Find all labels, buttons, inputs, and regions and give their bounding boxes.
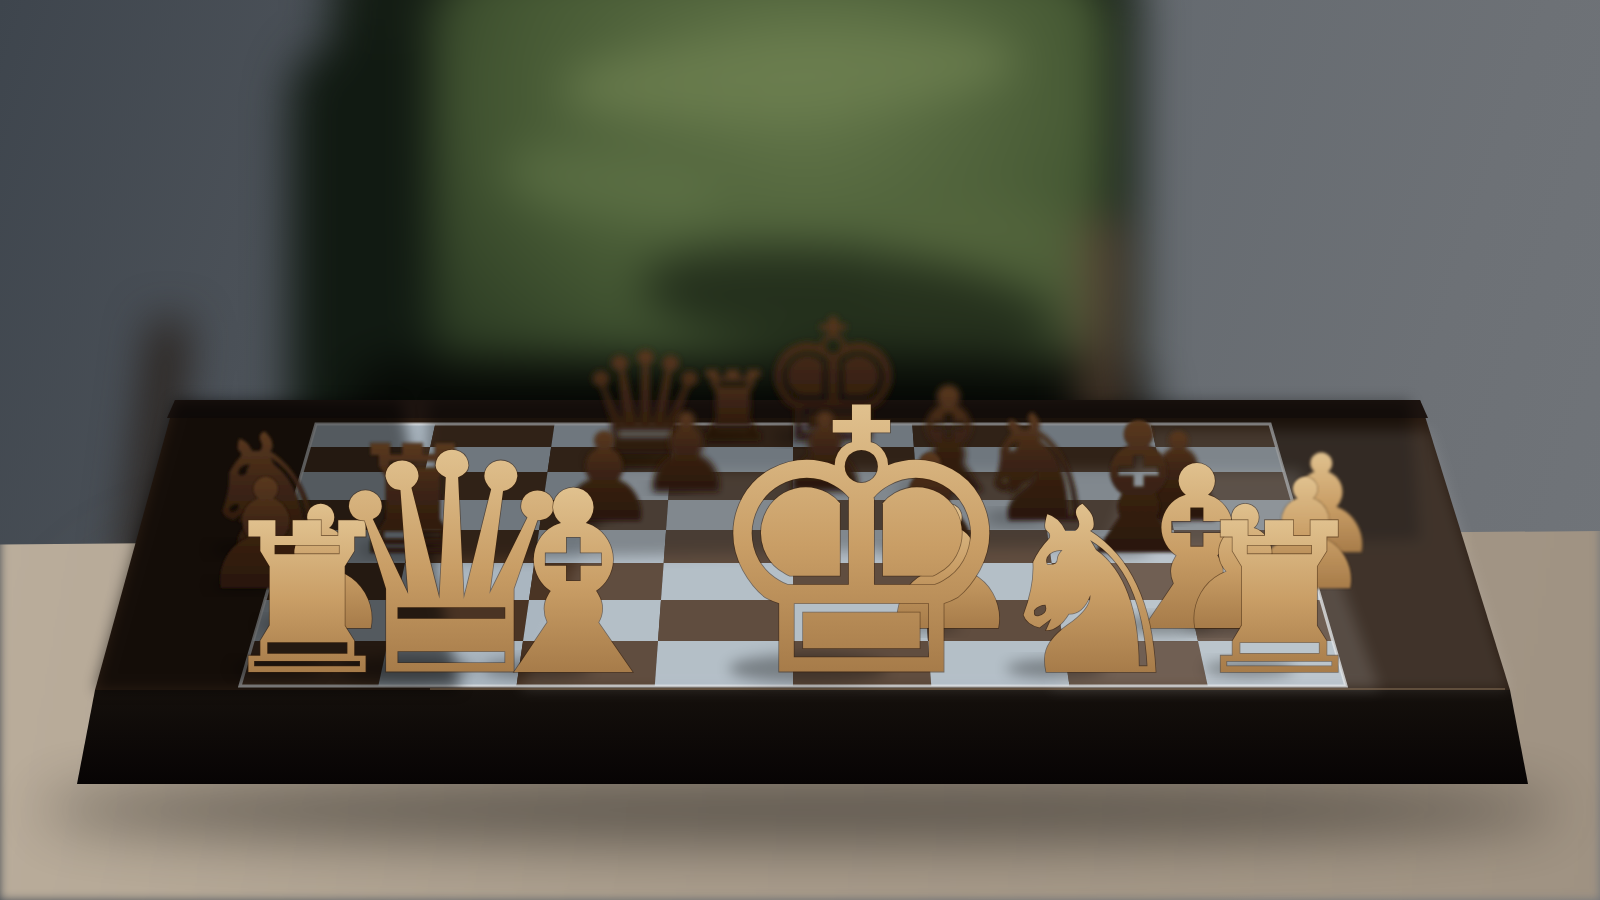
white-bishop-c1[interactable]: ♝ [460, 438, 686, 732]
white-knight-g1[interactable]: ♞ [986, 458, 1193, 726]
photo-scene: ♜♚♛♟♟♝♟♞♟♞♜♟♝♟♟♟♟♟♝♟♜♛♝♚♞♜ [0, 0, 1600, 900]
chessboard: ♜♚♛♟♟♝♟♞♟♞♜♟♝♟♟♟♟♟♝♟♜♛♝♚♞♜ [0, 0, 1600, 900]
white-king-e1[interactable]: ♚ [697, 333, 1025, 758]
pieces-layer: ♜♚♛♟♟♝♟♞♟♞♜♟♝♟♟♟♟♟♝♟♜♛♝♚♞♜ [196, 284, 1383, 758]
white-rook-h1[interactable]: ♜ [1186, 479, 1373, 721]
